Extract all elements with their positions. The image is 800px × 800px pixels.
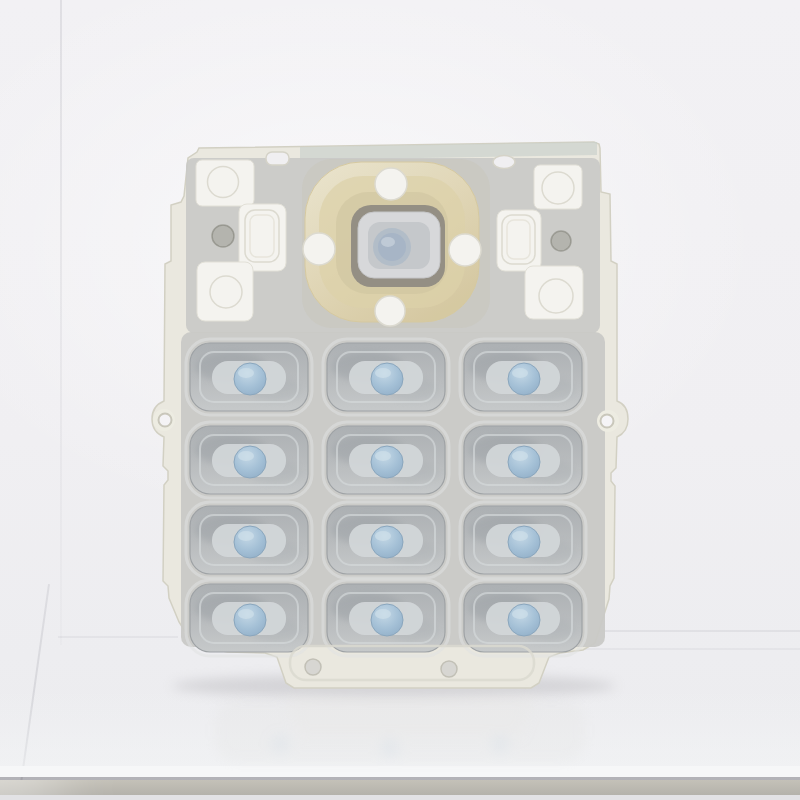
key-grid bbox=[186, 339, 586, 656]
key-nub bbox=[234, 446, 266, 478]
key-nub bbox=[371, 446, 403, 478]
top-notch-hole bbox=[266, 152, 289, 165]
key-nub bbox=[234, 604, 266, 636]
keypad-key bbox=[323, 580, 449, 656]
keypad-key bbox=[323, 422, 449, 498]
key-nub bbox=[371, 526, 403, 558]
right-bottom-round-button bbox=[539, 279, 573, 313]
keypad-key bbox=[323, 502, 449, 578]
dpad bbox=[302, 159, 490, 328]
keypad-key bbox=[460, 580, 586, 656]
dpad-center-button bbox=[378, 233, 406, 261]
key-nub bbox=[371, 363, 403, 395]
keypad-key bbox=[460, 339, 586, 415]
screw-tab-right bbox=[597, 410, 619, 432]
key-nub bbox=[508, 526, 540, 558]
keypad-key bbox=[186, 339, 312, 415]
keypad-key bbox=[323, 339, 449, 415]
key-nub bbox=[234, 526, 266, 558]
keypad-key bbox=[460, 422, 586, 498]
keypad-key bbox=[186, 580, 312, 656]
backdrop-seam-line bbox=[60, 0, 62, 645]
right-round-hole bbox=[551, 231, 571, 251]
screw-tab-left bbox=[153, 409, 175, 431]
dpad-nub-bottom bbox=[375, 296, 405, 326]
product-photo bbox=[0, 0, 800, 800]
key-nub bbox=[371, 604, 403, 636]
keypad-reflection bbox=[215, 695, 585, 762]
key-nub bbox=[508, 604, 540, 636]
key-nub bbox=[234, 363, 266, 395]
left-top-round-button bbox=[208, 167, 239, 198]
keypad-key bbox=[186, 422, 312, 498]
left-round-hole bbox=[212, 225, 234, 247]
key-nub bbox=[508, 363, 540, 395]
left-bottom-round-button bbox=[210, 276, 242, 308]
right-top-round-button bbox=[542, 172, 574, 204]
keypad-photo-svg bbox=[138, 108, 650, 784]
keypad-key bbox=[186, 502, 312, 578]
acrylic-base-bottom-strip bbox=[0, 795, 800, 800]
dpad-nub-left bbox=[303, 233, 335, 265]
dpad-nub-right bbox=[449, 234, 481, 266]
bottom-tab-hole-left bbox=[305, 659, 321, 675]
dpad-nub-top bbox=[375, 168, 407, 200]
bottom-tab-hole-right bbox=[441, 661, 457, 677]
top-oval-hole bbox=[493, 156, 515, 169]
keypad-key bbox=[460, 502, 586, 578]
key-nub bbox=[508, 446, 540, 478]
